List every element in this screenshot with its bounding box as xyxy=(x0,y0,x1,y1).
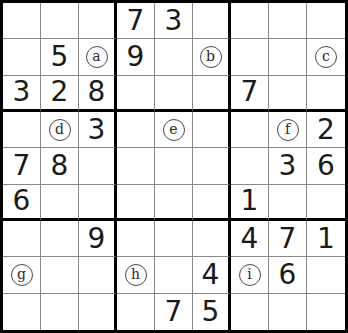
cell-r5c2[interactable]: 8 xyxy=(41,148,79,184)
cell-r5c1[interactable]: 7 xyxy=(3,148,41,184)
cell-r9c6[interactable]: 5 xyxy=(193,294,231,330)
cell-r8c2[interactable] xyxy=(41,257,79,293)
cell-r4c9[interactable]: 2 xyxy=(307,112,345,148)
cell-r1c4[interactable]: 7 xyxy=(117,3,155,39)
cell-r8c1[interactable]: g xyxy=(3,257,41,293)
given-digit: 7 xyxy=(13,152,31,180)
cell-r1c1[interactable] xyxy=(3,3,41,39)
given-digit: 8 xyxy=(51,152,69,180)
cell-r1c9[interactable] xyxy=(307,3,345,39)
cell-r4c4[interactable] xyxy=(117,112,155,148)
circle-label-d: d xyxy=(49,119,71,141)
cell-r3c4[interactable] xyxy=(117,76,155,112)
cell-r1c7[interactable] xyxy=(231,3,269,39)
cell-r6c9[interactable] xyxy=(307,185,345,221)
cell-r2c7[interactable] xyxy=(231,39,269,75)
cell-r7c8[interactable]: 7 xyxy=(269,221,307,257)
cell-r3c6[interactable] xyxy=(193,76,231,112)
cell-r4c7[interactable] xyxy=(231,112,269,148)
circle-label-g: g xyxy=(11,264,33,286)
cell-r9c3[interactable] xyxy=(79,294,117,330)
given-digit: 5 xyxy=(202,298,220,326)
cell-r7c5[interactable] xyxy=(155,221,193,257)
cell-r1c8[interactable] xyxy=(269,3,307,39)
cell-r7c7[interactable]: 4 xyxy=(231,221,269,257)
cell-r5c8[interactable]: 3 xyxy=(269,148,307,184)
cell-r6c7[interactable]: 1 xyxy=(231,185,269,221)
cell-r1c6[interactable] xyxy=(193,3,231,39)
circle-label-e: e xyxy=(163,119,185,141)
cell-r8c9[interactable] xyxy=(307,257,345,293)
cell-r3c7[interactable]: 7 xyxy=(231,76,269,112)
cell-r7c6[interactable] xyxy=(193,221,231,257)
given-digit: 2 xyxy=(317,116,335,144)
cell-r2c4[interactable]: 9 xyxy=(117,39,155,75)
cell-r2c2[interactable]: 5 xyxy=(41,39,79,75)
cell-r7c3[interactable]: 9 xyxy=(79,221,117,257)
cell-r4c3[interactable]: 3 xyxy=(79,112,117,148)
given-digit: 4 xyxy=(241,225,259,253)
cell-r9c5[interactable]: 7 xyxy=(155,294,193,330)
cell-r3c8[interactable] xyxy=(269,76,307,112)
given-digit: 3 xyxy=(88,116,106,144)
cell-r3c1[interactable]: 3 xyxy=(3,76,41,112)
circle-label-i: i xyxy=(239,264,261,286)
given-digit: 1 xyxy=(317,225,335,253)
cell-r8c4[interactable]: h xyxy=(117,257,155,293)
sudoku-board: 735a9bc3287d3ef27836619471gh4i675 xyxy=(0,0,348,333)
cell-r5c6[interactable] xyxy=(193,148,231,184)
cell-r9c9[interactable] xyxy=(307,294,345,330)
cell-r8c6[interactable]: 4 xyxy=(193,257,231,293)
cell-r5c4[interactable] xyxy=(117,148,155,184)
given-digit: 3 xyxy=(13,78,31,106)
circle-label-b: b xyxy=(200,46,222,68)
cell-r2c3[interactable]: a xyxy=(79,39,117,75)
cell-r6c4[interactable] xyxy=(117,185,155,221)
cell-r1c3[interactable] xyxy=(79,3,117,39)
given-digit: 1 xyxy=(241,187,259,215)
cell-r4c6[interactable] xyxy=(193,112,231,148)
cell-r2c9[interactable]: c xyxy=(307,39,345,75)
given-digit: 5 xyxy=(51,43,69,71)
cell-r9c2[interactable] xyxy=(41,294,79,330)
cell-r4c5[interactable]: e xyxy=(155,112,193,148)
cell-r8c8[interactable]: 6 xyxy=(269,257,307,293)
given-digit: 3 xyxy=(165,7,183,35)
cell-r1c5[interactable]: 3 xyxy=(155,3,193,39)
given-digit: 4 xyxy=(202,261,220,289)
cell-r6c2[interactable] xyxy=(41,185,79,221)
cell-r4c2[interactable]: d xyxy=(41,112,79,148)
cell-r8c7[interactable]: i xyxy=(231,257,269,293)
cell-r3c9[interactable] xyxy=(307,76,345,112)
cell-r7c1[interactable] xyxy=(3,221,41,257)
cell-r2c6[interactable]: b xyxy=(193,39,231,75)
circle-label-c: c xyxy=(315,46,337,68)
cell-r5c7[interactable] xyxy=(231,148,269,184)
given-digit: 7 xyxy=(241,78,259,106)
cell-r3c2[interactable]: 2 xyxy=(41,76,79,112)
cell-r5c3[interactable] xyxy=(79,148,117,184)
cell-r2c8[interactable] xyxy=(269,39,307,75)
cell-r6c6[interactable] xyxy=(193,185,231,221)
cell-r5c5[interactable] xyxy=(155,148,193,184)
cell-r9c1[interactable] xyxy=(3,294,41,330)
cell-r4c1[interactable] xyxy=(3,112,41,148)
cell-r9c7[interactable] xyxy=(231,294,269,330)
cell-r5c9[interactable]: 6 xyxy=(307,148,345,184)
given-digit: 3 xyxy=(279,152,297,180)
cell-r1c2[interactable] xyxy=(41,3,79,39)
cell-r6c5[interactable] xyxy=(155,185,193,221)
cell-r9c8[interactable] xyxy=(269,294,307,330)
cell-r4c8[interactable]: f xyxy=(269,112,307,148)
cell-r6c8[interactable] xyxy=(269,185,307,221)
cell-r6c1[interactable]: 6 xyxy=(3,185,41,221)
given-digit: 9 xyxy=(127,43,145,71)
cell-r9c4[interactable] xyxy=(117,294,155,330)
cell-r2c1[interactable] xyxy=(3,39,41,75)
given-digit: 6 xyxy=(317,152,335,180)
cell-r3c5[interactable] xyxy=(155,76,193,112)
cell-r3c3[interactable]: 8 xyxy=(79,76,117,112)
given-digit: 6 xyxy=(13,187,31,215)
circle-label-f: f xyxy=(277,119,299,141)
given-digit: 7 xyxy=(279,225,297,253)
circle-label-a: a xyxy=(86,46,108,68)
given-digit: 7 xyxy=(165,298,183,326)
given-digit: 8 xyxy=(88,78,106,106)
cell-r7c2[interactable] xyxy=(41,221,79,257)
cell-r8c5[interactable] xyxy=(155,257,193,293)
given-digit: 9 xyxy=(88,225,106,253)
given-digit: 7 xyxy=(127,7,145,35)
circle-label-h: h xyxy=(125,264,147,286)
cell-r7c4[interactable] xyxy=(117,221,155,257)
cell-r7c9[interactable]: 1 xyxy=(307,221,345,257)
cell-r8c3[interactable] xyxy=(79,257,117,293)
cell-r2c5[interactable] xyxy=(155,39,193,75)
cell-r6c3[interactable] xyxy=(79,185,117,221)
given-digit: 2 xyxy=(51,78,69,106)
given-digit: 6 xyxy=(279,261,297,289)
